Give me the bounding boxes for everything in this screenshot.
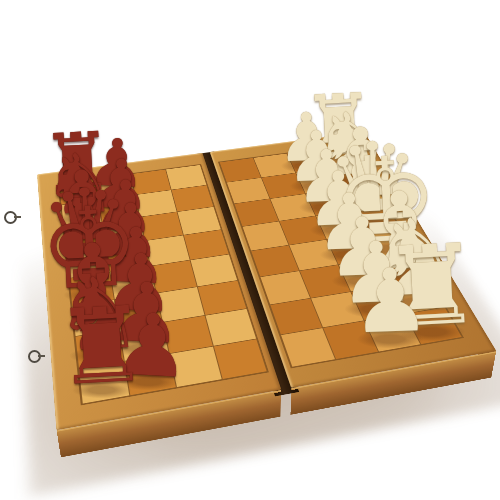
board-square (79, 362, 129, 404)
scene-3d (0, 0, 500, 500)
board-square (170, 347, 222, 387)
clasp-hook-icon (4, 211, 17, 224)
board-square (214, 339, 267, 379)
board-assembly (37, 132, 496, 430)
board-square (125, 354, 176, 395)
board-square (270, 194, 315, 221)
product-photo: ♜♟♟♜♞♟♟♞♝♟♟♝♛♟♟♛♚♟♟♚♝♟♟♝♞♟♟♞♜♟♟♜ (0, 0, 500, 500)
board-square (260, 271, 310, 304)
clasp-hook-icon (28, 350, 41, 363)
